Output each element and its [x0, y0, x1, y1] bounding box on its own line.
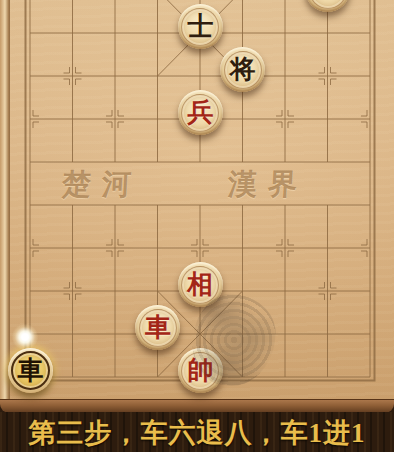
piece-face: 将	[224, 51, 262, 89]
piece-face: 相	[181, 266, 219, 304]
move-caption-bar: 第三步，车六退八，车1进1	[0, 412, 394, 452]
piece-glyph: 将	[230, 57, 256, 83]
piece-glyph: 車	[145, 315, 171, 341]
piece-face	[309, 0, 347, 9]
piece-glyph: 相	[187, 272, 213, 298]
black-general-piece[interactable]: 将	[220, 47, 265, 92]
move-caption: 第三步，车六退八，车1进1	[0, 412, 394, 452]
red-soldier-piece[interactable]: 兵	[178, 90, 223, 135]
piece-face: 兵	[181, 94, 219, 132]
piece-face: 帥	[181, 352, 219, 390]
cutoff-piece-piece[interactable]	[305, 0, 350, 12]
piece-face: 車	[11, 351, 50, 390]
piece-glyph: 兵	[187, 100, 213, 126]
red-chariot-piece[interactable]: 車	[135, 305, 180, 350]
red-elephant-piece[interactable]: 相	[178, 262, 223, 307]
red-general-piece[interactable]: 帥	[178, 348, 223, 393]
xiangqi-board[interactable]: 楚河 漢界 士将兵相車帥車	[0, 0, 394, 400]
board-front-edge	[0, 399, 394, 413]
piece-glyph: 士	[187, 14, 213, 40]
board-grid[interactable]: 士将兵相車帥車	[9, 0, 392, 398]
piece-glyph: 帥	[187, 358, 213, 384]
black-advisor-piece[interactable]: 士	[178, 4, 223, 49]
piece-face: 士	[181, 8, 219, 46]
app-screen: 楚河 漢界 士将兵相車帥車 第三步，车六退八，车1进1	[0, 0, 394, 452]
piece-glyph: 車	[17, 358, 43, 384]
black-chariot-piece[interactable]: 車	[8, 348, 53, 393]
piece-face: 車	[139, 309, 177, 347]
